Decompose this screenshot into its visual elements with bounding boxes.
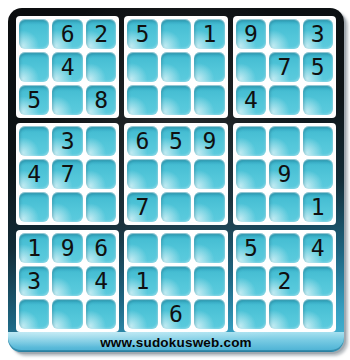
cell-r3c7[interactable]: 4 [236,85,266,115]
cell-r2c5[interactable] [161,52,191,82]
footer-band: www.sudokusweb.com [8,332,344,352]
cell-r7c3[interactable]: 6 [86,233,116,263]
cell-r1c1[interactable] [19,19,49,49]
cell-r4c2[interactable]: 3 [52,126,82,156]
cell-r2c1[interactable] [19,52,49,82]
cell-r7c5[interactable] [161,233,191,263]
cell-r9c7[interactable] [236,299,266,329]
cell-r7c7[interactable]: 5 [236,233,266,263]
box-2: 51 [124,16,227,118]
cell-r7c8[interactable] [269,233,299,263]
board-frame: 6245851937543476597911963416542 www.sudo… [8,8,344,352]
cell-r6c6[interactable] [194,192,224,222]
cell-r9c8[interactable] [269,299,299,329]
cell-r6c5[interactable] [161,192,191,222]
box-4: 347 [16,123,119,225]
cell-r2c7[interactable] [236,52,266,82]
cell-r6c7[interactable] [236,192,266,222]
cell-r9c9[interactable] [303,299,333,329]
cell-r8c1[interactable]: 3 [19,266,49,296]
cell-r2c8[interactable]: 7 [269,52,299,82]
cell-r1c6[interactable]: 1 [194,19,224,49]
cell-r7c1[interactable]: 1 [19,233,49,263]
cell-r3c2[interactable] [52,85,82,115]
cell-r9c2[interactable] [52,299,82,329]
cell-r4c9[interactable] [303,126,333,156]
box-1: 62458 [16,16,119,118]
cell-r9c1[interactable] [19,299,49,329]
box-5: 6597 [124,123,227,225]
box-9: 542 [233,230,336,332]
cell-r5c9[interactable] [303,159,333,189]
cell-r2c2[interactable]: 4 [52,52,82,82]
box-6: 91 [233,123,336,225]
cell-r6c3[interactable] [86,192,116,222]
box-7: 19634 [16,230,119,332]
cell-r5c5[interactable] [161,159,191,189]
cell-r4c6[interactable]: 9 [194,126,224,156]
cell-r6c1[interactable] [19,192,49,222]
cell-r9c3[interactable] [86,299,116,329]
cell-r7c6[interactable] [194,233,224,263]
cell-r4c1[interactable] [19,126,49,156]
cell-r3c9[interactable] [303,85,333,115]
cell-r5c7[interactable] [236,159,266,189]
cell-r3c1[interactable]: 5 [19,85,49,115]
cell-r3c4[interactable] [127,85,157,115]
cell-r9c4[interactable] [127,299,157,329]
cell-r4c3[interactable] [86,126,116,156]
cell-r6c9[interactable]: 1 [303,192,333,222]
cell-r7c9[interactable]: 4 [303,233,333,263]
cell-r1c3[interactable]: 2 [86,19,116,49]
cell-r6c2[interactable] [52,192,82,222]
cell-r5c3[interactable] [86,159,116,189]
cell-r6c4[interactable]: 7 [127,192,157,222]
cell-r1c5[interactable] [161,19,191,49]
cell-r5c2[interactable]: 7 [52,159,82,189]
cell-r4c4[interactable]: 6 [127,126,157,156]
cell-r1c7[interactable]: 9 [236,19,266,49]
box-3: 93754 [233,16,336,118]
cell-r8c5[interactable] [161,266,191,296]
cell-r1c8[interactable] [269,19,299,49]
cell-r8c9[interactable] [303,266,333,296]
cell-r5c4[interactable] [127,159,157,189]
cell-r8c4[interactable]: 1 [127,266,157,296]
sudokusweb-link[interactable]: www.sudokusweb.com [100,335,252,350]
cell-r5c6[interactable] [194,159,224,189]
cell-r4c7[interactable] [236,126,266,156]
cell-r1c2[interactable]: 6 [52,19,82,49]
cell-r5c1[interactable]: 4 [19,159,49,189]
cell-r7c2[interactable]: 9 [52,233,82,263]
cell-r9c6[interactable] [194,299,224,329]
cell-r5c8[interactable]: 9 [269,159,299,189]
cell-r3c6[interactable] [194,85,224,115]
box-8: 16 [124,230,227,332]
cell-r3c8[interactable] [269,85,299,115]
cell-r8c6[interactable] [194,266,224,296]
cell-r4c5[interactable]: 5 [161,126,191,156]
cell-r3c3[interactable]: 8 [86,85,116,115]
cell-r8c7[interactable] [236,266,266,296]
cell-r1c9[interactable]: 3 [303,19,333,49]
cell-r1c4[interactable]: 5 [127,19,157,49]
cell-r8c2[interactable] [52,266,82,296]
cell-r6c8[interactable] [269,192,299,222]
sudoku-board: 6245851937543476597911963416542 [16,16,336,332]
cell-r8c8[interactable]: 2 [269,266,299,296]
cell-r7c4[interactable] [127,233,157,263]
cell-r2c9[interactable]: 5 [303,52,333,82]
cell-r2c6[interactable] [194,52,224,82]
cell-r9c5[interactable]: 6 [161,299,191,329]
sudoku-screenshot: 6245851937543476597911963416542 www.sudo… [0,0,350,360]
cell-r2c3[interactable] [86,52,116,82]
cell-r3c5[interactable] [161,85,191,115]
cell-r4c8[interactable] [269,126,299,156]
cell-r2c4[interactable] [127,52,157,82]
cell-r8c3[interactable]: 4 [86,266,116,296]
